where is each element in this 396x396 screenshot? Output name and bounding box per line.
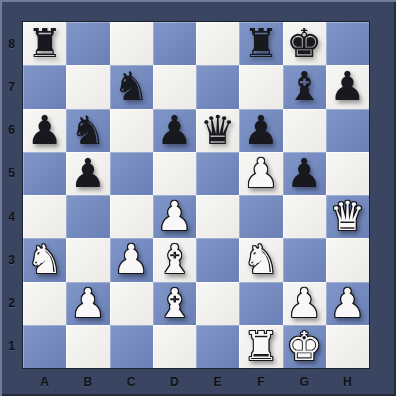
square-a4[interactable] — [23, 195, 66, 238]
square-f2[interactable] — [239, 282, 282, 325]
white-king-g1[interactable]: ♚ — [286, 325, 322, 368]
square-g4[interactable] — [283, 195, 326, 238]
square-b8[interactable] — [66, 22, 109, 65]
white-pawn-b2[interactable]: ♟ — [70, 282, 106, 325]
file-label-c: C — [110, 368, 153, 396]
file-label-d: D — [153, 368, 196, 396]
square-h7[interactable]: ♟ — [326, 65, 369, 108]
file-label-e: E — [196, 368, 239, 396]
square-d8[interactable] — [153, 22, 196, 65]
square-f7[interactable] — [239, 65, 282, 108]
white-bishop-d2[interactable]: ♝ — [156, 282, 192, 325]
rank-label-7: 7 — [0, 65, 23, 108]
square-c7[interactable]: ♞ — [110, 65, 153, 108]
square-a3[interactable]: ♞ — [23, 238, 66, 281]
square-f1[interactable]: ♜ — [239, 325, 282, 368]
square-f3[interactable]: ♞ — [239, 238, 282, 281]
black-queen-e6[interactable]: ♛ — [200, 109, 236, 152]
square-a6[interactable]: ♟ — [23, 109, 66, 152]
white-pawn-f5[interactable]: ♟ — [243, 152, 279, 195]
rank-label-4: 4 — [0, 195, 23, 238]
white-bishop-d3[interactable]: ♝ — [156, 238, 192, 281]
square-c1[interactable] — [110, 325, 153, 368]
black-pawn-h7[interactable]: ♟ — [329, 65, 365, 108]
square-h1[interactable] — [326, 325, 369, 368]
black-rook-f8[interactable]: ♜ — [243, 22, 279, 65]
square-c2[interactable] — [110, 282, 153, 325]
rank-label-8: 8 — [0, 22, 23, 65]
square-e1[interactable] — [196, 325, 239, 368]
black-bishop-g7[interactable]: ♝ — [286, 65, 322, 108]
square-c3[interactable]: ♟ — [110, 238, 153, 281]
square-g3[interactable] — [283, 238, 326, 281]
square-e5[interactable] — [196, 152, 239, 195]
square-e8[interactable] — [196, 22, 239, 65]
square-g7[interactable]: ♝ — [283, 65, 326, 108]
square-h3[interactable] — [326, 238, 369, 281]
black-pawn-b5[interactable]: ♟ — [70, 152, 106, 195]
square-e3[interactable] — [196, 238, 239, 281]
square-a2[interactable] — [23, 282, 66, 325]
board: ♜♜♚♞♝♟♟♞♟♛♟♟♟♟♟♛♞♟♝♞♟♝♟♟♜♚ — [23, 22, 369, 368]
square-b5[interactable]: ♟ — [66, 152, 109, 195]
square-d5[interactable] — [153, 152, 196, 195]
square-h6[interactable] — [326, 109, 369, 152]
black-pawn-d6[interactable]: ♟ — [156, 109, 192, 152]
square-d2[interactable]: ♝ — [153, 282, 196, 325]
square-e6[interactable]: ♛ — [196, 109, 239, 152]
chess-board-frame: 87654321 ♜♜♚♞♝♟♟♞♟♛♟♟♟♟♟♛♞♟♝♞♟♝♟♟♜♚ ABCD… — [0, 0, 396, 396]
white-pawn-h2[interactable]: ♟ — [329, 282, 365, 325]
black-king-g8[interactable]: ♚ — [286, 22, 322, 65]
file-label-g: G — [283, 368, 326, 396]
square-h2[interactable]: ♟ — [326, 282, 369, 325]
square-b3[interactable] — [66, 238, 109, 281]
square-g2[interactable]: ♟ — [283, 282, 326, 325]
square-c5[interactable] — [110, 152, 153, 195]
square-b1[interactable] — [66, 325, 109, 368]
file-label-h: H — [326, 368, 369, 396]
white-pawn-g2[interactable]: ♟ — [286, 282, 322, 325]
square-d6[interactable]: ♟ — [153, 109, 196, 152]
white-knight-a3[interactable]: ♞ — [27, 238, 63, 281]
square-a8[interactable]: ♜ — [23, 22, 66, 65]
square-e2[interactable] — [196, 282, 239, 325]
square-e7[interactable] — [196, 65, 239, 108]
square-b7[interactable] — [66, 65, 109, 108]
square-c6[interactable] — [110, 109, 153, 152]
white-queen-h4[interactable]: ♛ — [329, 195, 365, 238]
rank-labels: 87654321 — [0, 22, 23, 368]
rank-label-3: 3 — [0, 238, 23, 281]
square-h8[interactable] — [326, 22, 369, 65]
square-d3[interactable]: ♝ — [153, 238, 196, 281]
rank-label-6: 6 — [0, 109, 23, 152]
square-d7[interactable] — [153, 65, 196, 108]
square-a5[interactable] — [23, 152, 66, 195]
square-g6[interactable] — [283, 109, 326, 152]
white-pawn-c3[interactable]: ♟ — [113, 238, 149, 281]
square-c4[interactable] — [110, 195, 153, 238]
black-pawn-f6[interactable]: ♟ — [243, 109, 279, 152]
square-g8[interactable]: ♚ — [283, 22, 326, 65]
square-b6[interactable]: ♞ — [66, 109, 109, 152]
black-pawn-g5[interactable]: ♟ — [286, 152, 322, 195]
square-a1[interactable] — [23, 325, 66, 368]
file-label-b: B — [66, 368, 109, 396]
square-c8[interactable] — [110, 22, 153, 65]
square-h5[interactable] — [326, 152, 369, 195]
square-b4[interactable] — [66, 195, 109, 238]
white-pawn-d4[interactable]: ♟ — [156, 195, 192, 238]
black-rook-a8[interactable]: ♜ — [27, 22, 63, 65]
square-f8[interactable]: ♜ — [239, 22, 282, 65]
file-labels: ABCDEFGH — [23, 368, 369, 396]
square-e4[interactable] — [196, 195, 239, 238]
square-f4[interactable] — [239, 195, 282, 238]
file-label-a: A — [23, 368, 66, 396]
square-g5[interactable]: ♟ — [283, 152, 326, 195]
white-rook-f1[interactable]: ♜ — [243, 325, 279, 368]
black-knight-c7[interactable]: ♞ — [113, 65, 149, 108]
square-b2[interactable]: ♟ — [66, 282, 109, 325]
rank-label-5: 5 — [0, 152, 23, 195]
square-g1[interactable]: ♚ — [283, 325, 326, 368]
square-f6[interactable]: ♟ — [239, 109, 282, 152]
square-h4[interactable]: ♛ — [326, 195, 369, 238]
square-d1[interactable] — [153, 325, 196, 368]
rank-label-2: 2 — [0, 282, 23, 325]
white-knight-f3[interactable]: ♞ — [243, 238, 279, 281]
file-label-f: F — [239, 368, 282, 396]
black-knight-b6[interactable]: ♞ — [70, 109, 106, 152]
square-d4[interactable]: ♟ — [153, 195, 196, 238]
square-a7[interactable] — [23, 65, 66, 108]
rank-label-1: 1 — [0, 325, 23, 368]
square-f5[interactable]: ♟ — [239, 152, 282, 195]
black-pawn-a6[interactable]: ♟ — [27, 109, 63, 152]
